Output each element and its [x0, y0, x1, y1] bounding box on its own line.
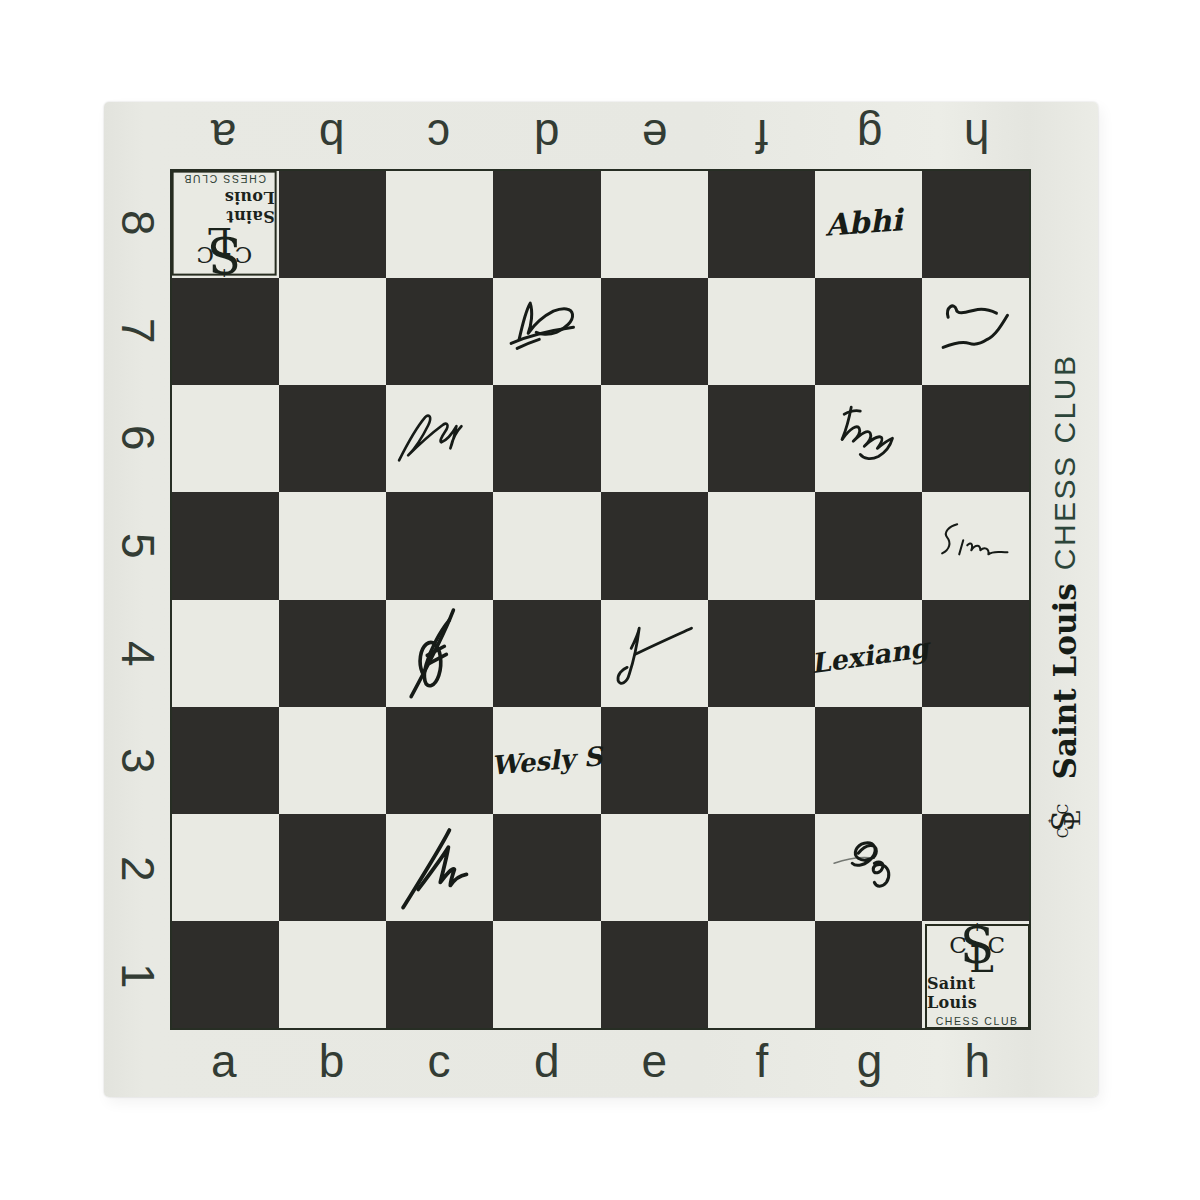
file-labels-top: abcdefgh: [170, 108, 1031, 164]
square-g1: [815, 921, 922, 1028]
square-f4: [708, 600, 815, 707]
signature-h5: [923, 492, 1031, 600]
signature-c6: [385, 384, 493, 492]
club-monogram-icon: ✝CSLC: [1050, 803, 1081, 839]
square-h6: [922, 385, 1029, 492]
file-label-bottom-c: c: [385, 1032, 493, 1090]
monogram-letter: C: [988, 932, 1006, 958]
signature-g6: [816, 384, 924, 492]
monogram-letter: C: [196, 241, 214, 267]
board-area: ✝CSLCSaint LouisCHESS CLUB✝CSLCSaint Lou…: [170, 169, 1031, 1030]
square-b7: [279, 278, 386, 385]
corner-logo-a8: ✝CSLCSaint LouisCHESS CLUB: [172, 171, 277, 276]
square-d2: [493, 814, 600, 921]
club-monogram-icon: ✝CSLC: [195, 229, 253, 274]
file-label-top-g: g: [816, 108, 924, 164]
signature-d3: Wesly S: [488, 703, 605, 820]
square-h8: [922, 171, 1029, 278]
square-e3: [601, 707, 708, 814]
square-d5: [493, 492, 600, 599]
square-g3: [815, 707, 922, 814]
signature-g4: Lexiang: [809, 595, 931, 717]
signature-c4: [385, 600, 493, 708]
signature-g8: Abhi: [806, 165, 921, 280]
square-g7: [815, 278, 922, 385]
square-e1: [601, 921, 708, 1028]
square-a1: [172, 921, 279, 1028]
rank-labels-left: 87654321: [112, 169, 164, 1030]
file-label-bottom-d: d: [493, 1032, 601, 1090]
file-label-top-h: h: [923, 108, 1031, 164]
square-a5: [172, 492, 279, 599]
square-g5: [815, 492, 922, 599]
file-label-top-a: a: [170, 108, 278, 164]
photo-background: abcdefgh 87654321 abcdefgh ✝CSLCSaint Lo…: [0, 0, 1200, 1200]
file-label-top-c: c: [385, 108, 493, 164]
club-subtitle: CHESS CLUB: [936, 1015, 1019, 1027]
square-f3: [708, 707, 815, 814]
square-a2: [172, 814, 279, 921]
square-f5: [708, 492, 815, 599]
square-c5: [386, 492, 493, 599]
square-e7: [601, 278, 708, 385]
square-c3: [386, 707, 493, 814]
square-h3: [922, 707, 1029, 814]
signature-e4: [601, 600, 709, 708]
square-f2: [708, 814, 815, 921]
square-e5: [601, 492, 708, 599]
square-e2: [601, 814, 708, 921]
file-label-top-f: f: [708, 108, 816, 164]
file-label-top-e: e: [601, 108, 709, 164]
square-f6: [708, 385, 815, 492]
square-e6: [601, 385, 708, 492]
square-h4: [922, 600, 1029, 707]
signature-c2: [385, 815, 493, 923]
club-monogram-icon: ✝CSLC: [1050, 803, 1081, 839]
signature-h7: [923, 277, 1031, 385]
square-a4: [172, 600, 279, 707]
square-b8: [279, 171, 386, 278]
square-b4: [279, 600, 386, 707]
square-f8: [708, 171, 815, 278]
monogram-letter: C: [1055, 804, 1071, 815]
square-f7: [708, 278, 815, 385]
chess-mat: abcdefgh 87654321 abcdefgh ✝CSLCSaint Lo…: [104, 102, 1098, 1097]
club-subtitle: CHESS CLUB: [1048, 354, 1082, 571]
file-label-bottom-f: f: [708, 1032, 816, 1090]
file-label-bottom-e: e: [601, 1032, 709, 1090]
square-d1: [493, 921, 600, 1028]
square-f1: [708, 921, 815, 1028]
club-monogram-icon: ✝CSLC: [948, 926, 1006, 971]
square-a7: [172, 278, 279, 385]
file-label-bottom-a: a: [170, 1032, 278, 1090]
square-a6: [172, 385, 279, 492]
square-h2: [922, 814, 1029, 921]
square-b2: [279, 814, 386, 921]
side-branding: ✝CSLC Saint Louis CHESS CLUB: [1039, 387, 1091, 817]
file-label-top-d: d: [493, 108, 601, 164]
square-b6: [279, 385, 386, 492]
club-subtitle: CHESS CLUB: [182, 173, 265, 185]
square-e8: [601, 171, 708, 278]
square-b1: [279, 921, 386, 1028]
signature-d7: [493, 277, 601, 385]
square-c1: [386, 921, 493, 1028]
square-d6: [493, 385, 600, 492]
file-label-bottom-b: b: [278, 1032, 386, 1090]
file-label-bottom-g: g: [816, 1032, 924, 1090]
corner-logo-h1: ✝CSLCSaint LouisCHESS CLUB: [925, 924, 1030, 1029]
file-labels-bottom: abcdefgh: [170, 1032, 1031, 1090]
square-c7: [386, 278, 493, 385]
club-name: Saint Louis: [1047, 583, 1083, 779]
square-b3: [279, 707, 386, 814]
square-b5: [279, 492, 386, 599]
square-a3: [172, 707, 279, 814]
signature-g2: [816, 815, 924, 923]
square-d8: [493, 171, 600, 278]
square-d4: [493, 600, 600, 707]
square-c8: [386, 171, 493, 278]
file-label-bottom-h: h: [923, 1032, 1031, 1090]
file-label-top-b: b: [278, 108, 386, 164]
